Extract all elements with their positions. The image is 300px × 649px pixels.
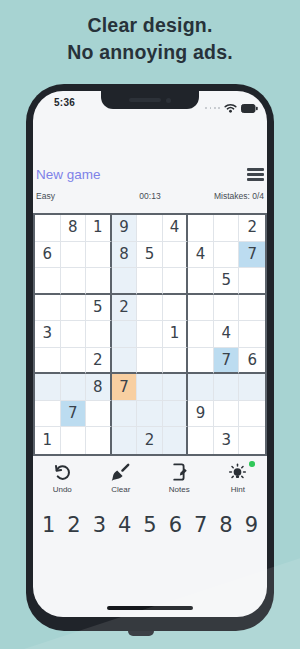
signal-dots-icon (205, 107, 220, 109)
sudoku-cell-r1c2[interactable]: 8 (61, 215, 87, 242)
sudoku-cell-r4c2[interactable] (61, 295, 87, 322)
sudoku-cell-r9c8[interactable]: 3 (214, 427, 240, 454)
sudoku-cell-r7c5[interactable] (137, 374, 163, 401)
undo-icon (52, 462, 73, 483)
sudoku-cell-r8c1[interactable] (35, 401, 61, 428)
sudoku-cell-r3c6[interactable] (163, 268, 189, 295)
hint-badge (249, 461, 255, 467)
numpad-key-4[interactable]: 4 (118, 515, 131, 536)
sudoku-cell-r8c8[interactable] (214, 401, 240, 428)
sudoku-cell-r4c8[interactable] (214, 295, 240, 322)
numpad-key-5[interactable]: 5 (143, 515, 156, 536)
numpad-key-9[interactable]: 9 (245, 515, 258, 536)
numpad-key-3[interactable]: 3 (93, 515, 106, 536)
sudoku-cell-r3c1[interactable] (35, 268, 61, 295)
sudoku-cell-r1c7[interactable] (188, 215, 214, 242)
notes-button[interactable]: Notes (157, 462, 201, 494)
numpad-key-1[interactable]: 1 (42, 515, 55, 536)
number-pad: 123456789 (33, 507, 267, 543)
headline-line1: Clear design. (0, 12, 300, 39)
toolbar: Undo Clear Notes (33, 459, 267, 508)
sudoku-cell-r6c9[interactable]: 6 (239, 348, 265, 375)
app-header: New game (33, 163, 267, 187)
sudoku-cell-r1c9[interactable]: 2 (239, 215, 265, 242)
sudoku-cell-r2c9[interactable]: 7 (239, 242, 265, 269)
sudoku-cell-r2c5[interactable]: 5 (137, 242, 163, 269)
sudoku-cell-r4c9[interactable] (239, 295, 265, 322)
sudoku-cell-r9c2[interactable] (61, 427, 87, 454)
sudoku-cell-r6c3[interactable]: 2 (86, 348, 112, 375)
sudoku-cell-r2c7[interactable]: 4 (188, 242, 214, 269)
sudoku-cell-r4c5[interactable] (137, 295, 163, 322)
sudoku-cell-r2c4[interactable]: 8 (112, 242, 138, 269)
sudoku-cell-r5c9[interactable] (239, 321, 265, 348)
sudoku-cell-r6c5[interactable] (137, 348, 163, 375)
sudoku-cell-r9c6[interactable] (163, 427, 189, 454)
sudoku-cell-r1c1[interactable] (35, 215, 61, 242)
sudoku-cell-r3c8[interactable]: 5 (214, 268, 240, 295)
sudoku-cell-r3c7[interactable] (188, 268, 214, 295)
sudoku-cell-r4c1[interactable] (35, 295, 61, 322)
sudoku-cell-r1c6[interactable]: 4 (163, 215, 189, 242)
sudoku-cell-r4c6[interactable] (163, 295, 189, 322)
sudoku-cell-r4c7[interactable] (188, 295, 214, 322)
sudoku-cell-r3c5[interactable] (137, 268, 163, 295)
sudoku-cell-r8c3[interactable] (86, 401, 112, 428)
sudoku-cell-r2c2[interactable] (61, 242, 87, 269)
sudoku-cell-r8c9[interactable] (239, 401, 265, 428)
info-bar: Easy 00:13 Mistakes: 0/4 (33, 191, 267, 205)
sudoku-cell-r6c2[interactable] (61, 348, 87, 375)
wifi-icon (224, 99, 237, 117)
phone-screen: 5:36 (33, 91, 267, 617)
sudoku-cell-r9c7[interactable] (188, 427, 214, 454)
sudoku-cell-r6c4[interactable] (112, 348, 138, 375)
sudoku-cell-r5c3[interactable] (86, 321, 112, 348)
clear-label: Clear (111, 485, 130, 494)
undo-button[interactable]: Undo (40, 462, 84, 494)
sudoku-cell-r5c5[interactable] (137, 321, 163, 348)
brush-icon (110, 462, 131, 483)
sudoku-cell-r7c7[interactable] (188, 374, 214, 401)
sudoku-cell-r7c6[interactable] (163, 374, 189, 401)
sudoku-cell-r1c3[interactable]: 1 (86, 215, 112, 242)
sudoku-cell-r7c9[interactable] (239, 374, 265, 401)
sudoku-cell-r6c7[interactable] (188, 348, 214, 375)
sudoku-cell-r8c4[interactable] (112, 401, 138, 428)
sudoku-cell-r8c6[interactable] (163, 401, 189, 428)
hint-label: Hint (231, 485, 245, 494)
sudoku-cell-r1c4[interactable]: 9 (112, 215, 138, 242)
sudoku-cell-r5c4[interactable] (112, 321, 138, 348)
sudoku-cell-r4c4[interactable]: 2 (112, 295, 138, 322)
undo-label: Undo (53, 485, 72, 494)
sudoku-cell-r6c8[interactable]: 7 (214, 348, 240, 375)
notes-icon (169, 462, 190, 483)
sudoku-cell-r8c7[interactable]: 9 (188, 401, 214, 428)
front-camera-icon (166, 98, 171, 103)
sudoku-cell-r8c5[interactable] (137, 401, 163, 428)
mistakes-label: Mistakes: 0/4 (214, 191, 264, 201)
headline-line2: No annoying ads. (0, 39, 300, 66)
sudoku-cell-r9c9[interactable] (239, 427, 265, 454)
page-title: New game (36, 167, 101, 182)
notes-label: Notes (169, 485, 190, 494)
numpad-key-8[interactable]: 8 (219, 515, 232, 536)
clear-button[interactable]: Clear (99, 462, 143, 494)
sudoku-cell-r6c1[interactable] (35, 348, 61, 375)
sudoku-cell-r3c9[interactable] (239, 268, 265, 295)
sudoku-cell-r5c1[interactable]: 3 (35, 321, 61, 348)
sudoku-cell-r5c7[interactable] (188, 321, 214, 348)
status-time: 5:36 (54, 97, 75, 108)
sudoku-cell-r8c2[interactable]: 7 (61, 401, 87, 428)
sudoku-cell-r7c8[interactable] (214, 374, 240, 401)
hint-bulb-icon (227, 462, 248, 483)
phone-frame: 5:36 (26, 84, 274, 631)
home-indicator[interactable] (107, 606, 193, 610)
sudoku-cell-r2c1[interactable]: 6 (35, 242, 61, 269)
sudoku-cell-r3c4[interactable] (112, 268, 138, 295)
sudoku-cell-r5c6[interactable]: 1 (163, 321, 189, 348)
sudoku-cell-r7c3[interactable]: 8 (86, 374, 112, 401)
speaker-grille-icon (129, 98, 161, 102)
sudoku-cell-r9c3[interactable] (86, 427, 112, 454)
sudoku-cell-r7c4[interactable]: 7 (112, 374, 138, 401)
hint-button[interactable]: Hint (216, 462, 260, 494)
sudoku-cell-r9c4[interactable] (112, 427, 138, 454)
numpad-key-2[interactable]: 2 (67, 515, 80, 536)
sudoku-cell-r7c1[interactable] (35, 374, 61, 401)
sudoku-cell-r2c8[interactable] (214, 242, 240, 269)
sudoku-cell-r1c5[interactable] (137, 215, 163, 242)
sudoku-cell-r4c3[interactable]: 5 (86, 295, 112, 322)
sudoku-cell-r1c8[interactable] (214, 215, 240, 242)
sudoku-cell-r5c8[interactable]: 4 (214, 321, 240, 348)
sudoku-cell-r2c6[interactable] (163, 242, 189, 269)
headline: Clear design. No annoying ads. (0, 12, 300, 66)
sudoku-cell-r6c6[interactable] (163, 348, 189, 375)
sudoku-board: 81942685475523142768779123 (33, 213, 267, 456)
sudoku-cell-r7c2[interactable] (61, 374, 87, 401)
hamburger-icon[interactable] (247, 168, 264, 181)
sudoku-cell-r5c2[interactable] (61, 321, 87, 348)
numpad-key-6[interactable]: 6 (169, 515, 182, 536)
sudoku-cell-r9c1[interactable]: 1 (35, 427, 61, 454)
sudoku-cell-r2c3[interactable] (86, 242, 112, 269)
sudoku-cell-r3c3[interactable] (86, 268, 112, 295)
sudoku-cell-r9c5[interactable]: 2 (137, 427, 163, 454)
battery-icon (241, 99, 258, 117)
sudoku-cell-r3c2[interactable] (61, 268, 87, 295)
notch (101, 91, 199, 109)
numpad-key-7[interactable]: 7 (194, 515, 207, 536)
